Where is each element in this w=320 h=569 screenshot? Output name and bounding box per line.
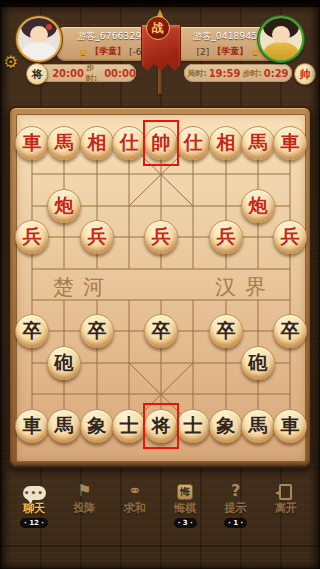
- piece-卒[interactable]: 卒: [209, 314, 243, 348]
- avatar-body: [22, 42, 56, 62]
- piece-士[interactable]: 士: [176, 409, 210, 443]
- right-move-time-label: 步时:: [242, 68, 261, 79]
- game-screen: ⚙ 游客_67663298 ♛ 【学童】 [-6] 战 游客_04189454 …: [0, 0, 320, 569]
- crown-icon: ♛: [79, 47, 87, 57]
- piece-兵[interactable]: 兵: [80, 220, 114, 254]
- undo-tile-icon: 悔: [177, 484, 193, 500]
- avatar-face: [30, 26, 48, 43]
- piece-砲[interactable]: 砲: [241, 346, 275, 380]
- settings-gear-icon[interactable]: ⚙: [3, 52, 18, 72]
- piece-馬[interactable]: 馬: [47, 409, 81, 443]
- piece-卒[interactable]: 卒: [273, 314, 307, 348]
- piece-兵[interactable]: 兵: [144, 220, 178, 254]
- piece-士[interactable]: 士: [112, 409, 146, 443]
- piece-馬[interactable]: 馬: [241, 126, 275, 160]
- piece-相[interactable]: 相: [209, 126, 243, 160]
- right-player-score: [2]: [197, 47, 210, 57]
- piece-車[interactable]: 車: [273, 409, 307, 443]
- surrender-button[interactable]: ⚑ 投降: [61, 480, 107, 534]
- left-player-rank: 【学童】: [90, 45, 126, 58]
- left-move-time-value: 00:00: [104, 68, 136, 79]
- avatar-body: [264, 42, 298, 62]
- piece-馬[interactable]: 馬: [47, 126, 81, 160]
- left-timer: 局时: 20:00 步时: 00:00: [34, 64, 136, 82]
- right-game-time-label: 局时:: [187, 68, 206, 79]
- right-timer: 局时: 19:59 步时: 0:29: [184, 64, 292, 82]
- piece-卒[interactable]: 卒: [80, 314, 114, 348]
- piece-車[interactable]: 車: [273, 126, 307, 160]
- battle-banner: 战: [138, 8, 182, 96]
- piece-相[interactable]: 相: [80, 126, 114, 160]
- board-grid: [17, 115, 305, 457]
- piece-象[interactable]: 象: [209, 409, 243, 443]
- chat-button[interactable]: ••• 聊天 12: [11, 480, 57, 534]
- undo-count-badge: 3: [174, 518, 197, 528]
- crown-icon: ♛: [251, 47, 259, 57]
- piece-将[interactable]: 将: [144, 409, 178, 443]
- left-player-avatar[interactable]: [16, 16, 62, 62]
- piece-炮[interactable]: 炮: [241, 189, 275, 223]
- battle-char: 战: [146, 16, 170, 40]
- leave-button[interactable]: 离开: [263, 480, 309, 534]
- question-mark-icon: ?: [231, 482, 240, 500]
- piece-馬[interactable]: 馬: [241, 409, 275, 443]
- avatar-face: [272, 26, 290, 43]
- piece-車[interactable]: 車: [15, 126, 49, 160]
- bottom-toolbar: ••• 聊天 12 ⚑ 投降 ⚭ 求和 悔 悔棋 3 ? 提示 1 离开: [0, 480, 320, 534]
- hint-count-badge: 1: [224, 518, 247, 528]
- piece-仕[interactable]: 仕: [176, 126, 210, 160]
- wood-seam: [0, 545, 320, 547]
- right-player-rank: 【学童】: [212, 45, 248, 58]
- undo-move-button[interactable]: 悔 悔棋 3: [162, 480, 208, 534]
- piece-仕[interactable]: 仕: [112, 126, 146, 160]
- avatar-flower: [46, 24, 52, 30]
- piece-卒[interactable]: 卒: [15, 314, 49, 348]
- piece-砲[interactable]: 砲: [47, 346, 81, 380]
- piece-兵[interactable]: 兵: [15, 220, 49, 254]
- left-side-piece-badge: 将: [26, 63, 48, 85]
- left-game-time-value: 20:00: [52, 68, 84, 79]
- board-surface[interactable]: 楚河 汉界 車馬相仕帥仕相馬車炮炮兵兵兵兵兵卒卒卒卒卒砲砲車馬象士将士象馬車: [16, 114, 306, 462]
- piece-炮[interactable]: 炮: [47, 189, 81, 223]
- left-move-time-label: 步时:: [86, 62, 102, 84]
- exit-door-icon: [279, 484, 292, 500]
- piece-兵[interactable]: 兵: [209, 220, 243, 254]
- right-side-piece-badge: 帅: [294, 63, 316, 85]
- right-move-time-value: 0:29: [264, 68, 289, 79]
- right-game-time-value: 19:59: [209, 68, 241, 79]
- piece-卒[interactable]: 卒: [144, 314, 178, 348]
- top-edge: [0, 0, 320, 7]
- piece-兵[interactable]: 兵: [273, 220, 307, 254]
- piece-帥[interactable]: 帥: [144, 126, 178, 160]
- chat-count-badge: 12: [20, 518, 48, 528]
- draw-request-button[interactable]: ⚭ 求和: [112, 480, 158, 534]
- board-frame: 楚河 汉界 車馬相仕帥仕相馬車炮炮兵兵兵兵兵卒卒卒卒卒砲砲車馬象士将士象馬車: [8, 106, 312, 468]
- chat-bubble-icon: •••: [23, 486, 46, 500]
- right-player-avatar[interactable]: [258, 16, 304, 62]
- hint-button[interactable]: ? 提示 1: [213, 480, 259, 534]
- piece-象[interactable]: 象: [80, 409, 114, 443]
- surrender-flag-icon: ⚑: [77, 482, 91, 500]
- handshake-icon: ⚭: [128, 482, 141, 500]
- piece-車[interactable]: 車: [15, 409, 49, 443]
